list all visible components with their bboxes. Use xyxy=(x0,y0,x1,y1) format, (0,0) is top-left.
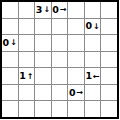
arrow-right-icon: → xyxy=(60,5,67,14)
cell-r3c3[interactable] xyxy=(52,52,68,68)
arrow-left-icon: ← xyxy=(93,72,100,81)
cell-r1c0[interactable] xyxy=(2,19,18,35)
arrow-right-icon: → xyxy=(77,88,84,97)
cell-r6c1[interactable] xyxy=(19,101,35,117)
cell-r1c4[interactable] xyxy=(68,19,84,35)
cell-r0c5[interactable] xyxy=(85,2,101,18)
arrow-up-icon: ↑ xyxy=(27,72,34,81)
cell-r5c6[interactable] xyxy=(101,85,117,101)
cell-r6c6[interactable] xyxy=(101,101,117,117)
cell-r3c1[interactable] xyxy=(19,52,35,68)
cell-r0c0[interactable] xyxy=(2,2,18,18)
cell-r4c4[interactable] xyxy=(68,68,84,84)
clue-number: 3 xyxy=(36,4,43,15)
clue-number: 0 xyxy=(3,37,10,48)
cell-r2c1[interactable] xyxy=(19,35,35,51)
cell-r5c0[interactable] xyxy=(2,85,18,101)
cell-r3c5[interactable] xyxy=(85,52,101,68)
cell-r5c3[interactable] xyxy=(52,85,68,101)
cell-r3c2[interactable] xyxy=(35,52,51,68)
cell-r4c5: 1← xyxy=(85,68,101,84)
clue-number: 1 xyxy=(19,70,26,81)
cell-r4c6[interactable] xyxy=(101,68,117,84)
cell-r2c6[interactable] xyxy=(101,35,117,51)
cell-r0c1[interactable] xyxy=(19,2,35,18)
clue-number: 0 xyxy=(52,4,59,15)
cell-r2c5[interactable] xyxy=(85,35,101,51)
clue-0-down: 0↓ xyxy=(85,21,99,31)
clue-0-right: 0→ xyxy=(52,5,66,15)
cell-r1c2[interactable] xyxy=(35,19,51,35)
clue-1-left: 1← xyxy=(85,71,99,81)
clue-0-down: 0↓ xyxy=(3,38,17,48)
clue-3-down: 3↓ xyxy=(36,5,50,15)
cell-r4c1: 1↑ xyxy=(19,68,35,84)
yajilin-puzzle: 3↓0→0↓0↓1↑1←0→ xyxy=(0,0,120,120)
arrow-down-icon: ↓ xyxy=(93,22,100,31)
cell-r6c2[interactable] xyxy=(35,101,51,117)
cell-r0c4[interactable] xyxy=(68,2,84,18)
clue-number: 1 xyxy=(85,70,92,81)
puzzle-grid: 3↓0→0↓0↓1↑1←0→ xyxy=(0,0,119,119)
clue-number: 0 xyxy=(69,87,76,98)
cell-r1c6[interactable] xyxy=(101,19,117,35)
clue-0-right: 0→ xyxy=(69,88,83,98)
cell-r2c2[interactable] xyxy=(35,35,51,51)
cell-r6c4[interactable] xyxy=(68,101,84,117)
cell-r1c1[interactable] xyxy=(19,19,35,35)
cell-r1c5: 0↓ xyxy=(85,19,101,35)
cell-r0c6[interactable] xyxy=(101,2,117,18)
cell-r4c0[interactable] xyxy=(2,68,18,84)
cell-r3c6[interactable] xyxy=(101,52,117,68)
cell-r6c0[interactable] xyxy=(2,101,18,117)
cell-r2c3[interactable] xyxy=(52,35,68,51)
cell-r3c4[interactable] xyxy=(68,52,84,68)
arrow-down-icon: ↓ xyxy=(43,5,50,14)
cell-r6c3[interactable] xyxy=(52,101,68,117)
cell-r1c3[interactable] xyxy=(52,19,68,35)
cell-r5c4: 0→ xyxy=(68,85,84,101)
cell-r5c1[interactable] xyxy=(19,85,35,101)
cell-r0c3: 0→ xyxy=(52,2,68,18)
cell-r2c4[interactable] xyxy=(68,35,84,51)
clue-number: 0 xyxy=(85,20,92,31)
cell-r4c2[interactable] xyxy=(35,68,51,84)
cell-r5c5[interactable] xyxy=(85,85,101,101)
clue-1-up: 1↑ xyxy=(19,71,33,81)
cell-r3c0[interactable] xyxy=(2,52,18,68)
cell-r4c3[interactable] xyxy=(52,68,68,84)
cell-r2c0: 0↓ xyxy=(2,35,18,51)
cell-r6c5[interactable] xyxy=(85,101,101,117)
cell-r0c2: 3↓ xyxy=(35,2,51,18)
cell-r5c2[interactable] xyxy=(35,85,51,101)
arrow-down-icon: ↓ xyxy=(10,38,17,47)
